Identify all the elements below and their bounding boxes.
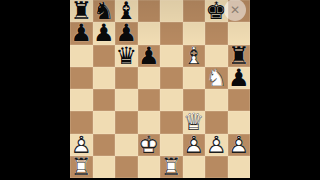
square-c4[interactable]: [115, 89, 138, 111]
square-e3[interactable]: [160, 111, 183, 133]
white-king-outline: ♔: [138, 134, 161, 156]
square-g1[interactable]: [205, 156, 228, 178]
white-knight: ♞♘: [205, 67, 228, 89]
overlay-watermark-icon[interactable]: ✕: [224, 0, 246, 21]
square-e5[interactable]: [160, 67, 183, 89]
letterbox-left: [0, 0, 70, 180]
square-d6[interactable]: ♟: [138, 45, 161, 67]
square-b1[interactable]: [93, 156, 116, 178]
white-bishop: ♝♗: [183, 45, 206, 67]
square-f1[interactable]: [183, 156, 206, 178]
square-a6[interactable]: [70, 45, 93, 67]
square-f5[interactable]: [183, 67, 206, 89]
black-pawn: ♟: [70, 22, 92, 44]
square-e7[interactable]: [160, 22, 183, 44]
square-d2[interactable]: ♚♔: [138, 134, 161, 156]
white-pawn-outline: ♙: [183, 134, 206, 156]
square-d8[interactable]: [138, 0, 161, 22]
square-f6[interactable]: ♝♗: [183, 45, 206, 67]
black-pawn: ♟: [138, 45, 160, 67]
square-e6[interactable]: [160, 45, 183, 67]
square-g2[interactable]: ♟♙: [205, 134, 228, 156]
square-e4[interactable]: [160, 89, 183, 111]
square-h1[interactable]: [228, 156, 251, 178]
video-frame: ♜♞♝♚♟♟♟♛♟♝♗♜♞♘♟♛♕♟♙♚♔♟♙♟♙♟♙♜♖♜♖ ✕: [0, 0, 320, 180]
x-icon: ✕: [230, 4, 240, 16]
letterbox-bottom: [0, 178, 320, 180]
square-d5[interactable]: [138, 67, 161, 89]
square-d4[interactable]: [138, 89, 161, 111]
square-d1[interactable]: [138, 156, 161, 178]
square-b7[interactable]: ♟: [93, 22, 116, 44]
square-c3[interactable]: [115, 111, 138, 133]
white-rook: ♜♖: [70, 156, 93, 178]
black-pawn: ♟: [93, 22, 115, 44]
square-b2[interactable]: [93, 134, 116, 156]
square-b4[interactable]: [93, 89, 116, 111]
white-pawn-outline: ♙: [205, 134, 228, 156]
square-b5[interactable]: [93, 67, 116, 89]
square-a7[interactable]: ♟: [70, 22, 93, 44]
square-b6[interactable]: [93, 45, 116, 67]
square-c6[interactable]: ♛: [115, 45, 138, 67]
square-g4[interactable]: [205, 89, 228, 111]
square-f8[interactable]: [183, 0, 206, 22]
white-bishop-outline: ♗: [183, 45, 206, 67]
square-h5[interactable]: ♟: [228, 67, 251, 89]
black-queen: ♛: [115, 45, 137, 67]
square-c1[interactable]: [115, 156, 138, 178]
square-h2[interactable]: ♟♙: [228, 134, 251, 156]
white-rook-outline: ♖: [70, 156, 93, 178]
square-c2[interactable]: [115, 134, 138, 156]
square-a1[interactable]: ♜♖: [70, 156, 93, 178]
white-pawn: ♟♙: [183, 134, 206, 156]
square-g7[interactable]: [205, 22, 228, 44]
white-rook-outline: ♖: [160, 156, 183, 178]
square-e8[interactable]: [160, 0, 183, 22]
square-h4[interactable]: [228, 89, 251, 111]
square-f2[interactable]: ♟♙: [183, 134, 206, 156]
square-a4[interactable]: [70, 89, 93, 111]
square-c5[interactable]: [115, 67, 138, 89]
square-b3[interactable]: [93, 111, 116, 133]
white-pawn: ♟♙: [205, 134, 228, 156]
white-knight-outline: ♘: [205, 67, 228, 89]
white-pawn: ♟♙: [228, 134, 251, 156]
white-rook: ♜♖: [160, 156, 183, 178]
white-king: ♚♔: [138, 134, 161, 156]
square-g5[interactable]: ♞♘: [205, 67, 228, 89]
letterbox-right: [250, 0, 320, 180]
chess-board: ♜♞♝♚♟♟♟♛♟♝♗♜♞♘♟♛♕♟♙♚♔♟♙♟♙♟♙♜♖♜♖: [70, 0, 250, 178]
white-pawn-outline: ♙: [228, 134, 251, 156]
black-pawn: ♟: [228, 67, 250, 89]
square-e1[interactable]: ♜♖: [160, 156, 183, 178]
square-a5[interactable]: [70, 67, 93, 89]
